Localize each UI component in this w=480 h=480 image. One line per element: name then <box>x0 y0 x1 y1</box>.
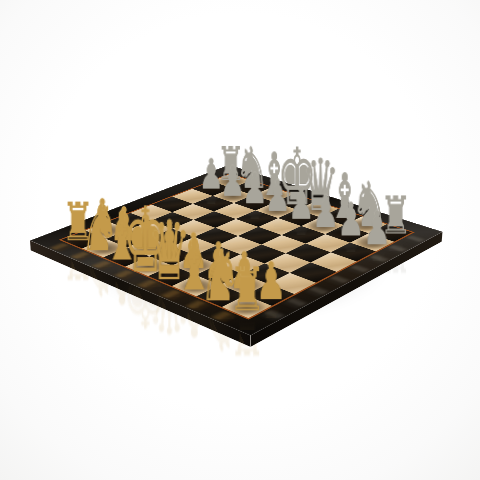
square-h5[interactable] <box>311 252 357 272</box>
piece-silver-pawn-h7[interactable]: ♟♟ <box>354 138 400 243</box>
product-photo-stage: ♜♜♞♞♝♝♚♚♛♛♝♝♞♞♜♜♟♟♟♟♟♟♟♟♟♟♟♟♟♟♟♟♟♟♟♟♟♟♟♟… <box>0 0 480 480</box>
scene-3d: ♜♜♞♞♝♝♚♚♛♛♝♝♞♞♜♜♟♟♟♟♟♟♟♟♟♟♟♟♟♟♟♟♟♟♟♟♟♟♟♟… <box>0 0 480 480</box>
piece-gold-rook-h1[interactable]: ♜♜ <box>221 191 273 310</box>
chessboard: ♜♜♞♞♝♝♚♚♛♛♝♝♞♞♜♜♟♟♟♟♟♟♟♟♟♟♟♟♟♟♟♟♟♟♟♟♟♟♟♟… <box>30 165 442 336</box>
square-h4[interactable] <box>290 262 337 282</box>
